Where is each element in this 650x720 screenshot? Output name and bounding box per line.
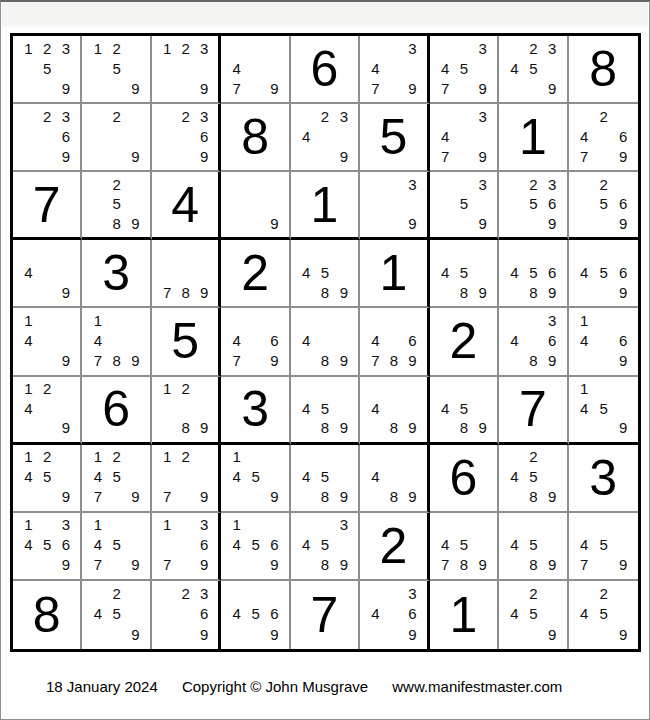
cell-r2c9[interactable]: 24679: [569, 104, 638, 172]
candidate-9: 9: [126, 555, 145, 575]
cell-value: 5: [360, 104, 426, 170]
candidate-6: 6: [543, 194, 562, 214]
candidate-9: 9: [543, 282, 562, 302]
candidate-5: 5: [107, 58, 126, 78]
candidate-8: 8: [176, 282, 194, 302]
pencil-marks: 14569: [221, 513, 288, 579]
candidate-8: 8: [316, 282, 335, 302]
candidate-7: 7: [88, 555, 107, 575]
candidate-7: 7: [366, 351, 384, 371]
candidate-5: 5: [454, 58, 473, 78]
candidate-4: 4: [575, 262, 594, 282]
cell-r1c7[interactable]: 34579: [430, 36, 499, 104]
candidate-6: 6: [403, 330, 421, 350]
cell-r7c1[interactable]: 12459: [13, 445, 82, 513]
cell-r6c2[interactable]: 6: [82, 377, 151, 445]
candidate-2: 2: [594, 174, 613, 194]
candidate-6: 6: [265, 330, 284, 350]
candidate-4: 4: [297, 535, 316, 555]
cell-r4c5[interactable]: 4589: [291, 240, 360, 308]
candidate-9: 9: [195, 78, 213, 98]
cell-r3c6[interactable]: 39: [360, 172, 429, 240]
cell-value: 3: [221, 377, 288, 442]
cell-value: 8: [13, 581, 80, 649]
candidate-8: 8: [316, 351, 335, 371]
pencil-marks: 29: [82, 104, 149, 170]
candidate-4: 4: [575, 330, 594, 350]
cell-value: 1: [430, 581, 497, 649]
pencil-marks: 2569: [569, 172, 638, 237]
cell-value: 3: [569, 445, 638, 511]
candidate-4: 4: [505, 262, 524, 282]
cell-r3c1[interactable]: 7: [13, 172, 82, 240]
pencil-marks: 489: [291, 308, 358, 374]
candidate-1: 1: [19, 379, 38, 399]
candidate-1: 1: [227, 447, 246, 467]
candidate-4: 4: [366, 398, 384, 418]
candidate-9: 9: [195, 418, 213, 438]
cell-r6c3[interactable]: 1289: [152, 377, 221, 445]
candidate-5: 5: [246, 467, 265, 487]
candidate-3: 3: [57, 38, 76, 58]
cell-r2c6[interactable]: 5: [360, 104, 429, 172]
cell-r7c9[interactable]: 3: [569, 445, 638, 513]
candidate-2: 2: [594, 583, 613, 604]
cell-r2c8[interactable]: 1: [499, 104, 568, 172]
cell-r7c6[interactable]: 489: [360, 445, 429, 513]
cell-r1c1[interactable]: 12359: [13, 36, 82, 104]
candidate-4: 4: [227, 467, 246, 487]
candidate-2: 2: [176, 38, 194, 58]
cell-r2c5[interactable]: 2349: [291, 104, 360, 172]
cell-r6c7[interactable]: 4589: [430, 377, 499, 445]
candidate-5: 5: [107, 535, 126, 555]
cell-r5c4[interactable]: 4679: [221, 308, 290, 376]
candidate-3: 3: [195, 515, 213, 535]
candidate-5: 5: [246, 604, 265, 625]
candidate-9: 9: [614, 214, 633, 234]
candidate-4: 4: [19, 398, 38, 418]
cell-r4c1[interactable]: 49: [13, 240, 82, 308]
cell-r6c5[interactable]: 4589: [291, 377, 360, 445]
candidate-9: 9: [614, 555, 633, 575]
pencil-marks: 1249: [13, 377, 80, 442]
pencil-marks: 3469: [360, 581, 426, 649]
pencil-marks: 1279: [152, 445, 218, 511]
footer-date: 18 January 2024: [46, 678, 158, 695]
candidate-9: 9: [403, 351, 421, 371]
cell-r3c5[interactable]: 1: [291, 172, 360, 240]
candidate-5: 5: [107, 467, 126, 487]
candidate-9: 9: [473, 214, 492, 234]
cell-r6c9[interactable]: 1459: [569, 377, 638, 445]
candidate-9: 9: [265, 487, 284, 507]
candidate-2: 2: [176, 447, 194, 467]
candidate-4: 4: [88, 604, 107, 625]
pencil-marks: 1289: [152, 377, 218, 442]
candidate-4: 4: [575, 398, 594, 418]
candidate-4: 4: [505, 330, 524, 350]
pencil-marks: 1459: [221, 445, 288, 511]
cell-r3c7[interactable]: 359: [430, 172, 499, 240]
cell-r4c4[interactable]: 2: [221, 240, 290, 308]
candidate-5: 5: [38, 58, 57, 78]
candidate-4: 4: [575, 126, 594, 146]
candidate-4: 4: [297, 126, 316, 146]
cell-r6c6[interactable]: 489: [360, 377, 429, 445]
cell-r9c6[interactable]: 3469: [360, 581, 429, 649]
candidate-7: 7: [227, 78, 246, 98]
cell-r5c1[interactable]: 149: [13, 308, 82, 376]
candidate-9: 9: [57, 418, 76, 438]
candidate-9: 9: [195, 624, 213, 645]
cell-r7c4[interactable]: 1459: [221, 445, 290, 513]
candidate-7: 7: [158, 555, 176, 575]
cell-r2c3[interactable]: 2369: [152, 104, 221, 172]
candidate-3: 3: [195, 583, 213, 604]
cell-r7c2[interactable]: 124579: [82, 445, 151, 513]
candidate-9: 9: [334, 555, 353, 575]
pencil-marks: 2459: [569, 581, 638, 649]
candidate-9: 9: [195, 146, 213, 166]
cell-value: 6: [430, 445, 497, 511]
candidate-9: 9: [543, 78, 562, 98]
candidate-5: 5: [524, 467, 543, 487]
cell-r8c6[interactable]: 2: [360, 513, 429, 581]
cell-r7c5[interactable]: 4589: [291, 445, 360, 513]
candidate-1: 1: [88, 515, 107, 535]
cell-r1c2[interactable]: 1259: [82, 36, 151, 104]
cell-r9c4[interactable]: 4569: [221, 581, 290, 649]
candidate-4: 4: [227, 330, 246, 350]
candidate-9: 9: [403, 214, 421, 234]
cell-r3c2[interactable]: 2589: [82, 172, 151, 240]
candidate-5: 5: [316, 262, 335, 282]
candidate-6: 6: [543, 262, 562, 282]
cell-r3c8[interactable]: 23569: [499, 172, 568, 240]
pencil-marks: 134569: [13, 513, 80, 579]
candidate-9: 9: [614, 624, 633, 645]
candidate-7: 7: [158, 487, 176, 507]
candidate-7: 7: [436, 78, 455, 98]
candidate-5: 5: [316, 398, 335, 418]
candidate-3: 3: [403, 38, 421, 58]
pencil-marks: 2589: [82, 172, 149, 237]
cell-r1c8[interactable]: 23459: [499, 36, 568, 104]
candidate-5: 5: [524, 262, 543, 282]
cell-value: 7: [13, 172, 80, 237]
sudoku-board: 1235912591239479634793457923459823692923…: [10, 33, 641, 652]
pencil-marks: 45789: [430, 513, 497, 579]
pencil-marks: 1259: [82, 36, 149, 102]
candidate-2: 2: [524, 583, 543, 604]
candidate-2: 2: [107, 583, 126, 604]
candidate-6: 6: [614, 330, 633, 350]
pencil-marks: 2369: [152, 581, 218, 649]
cell-r9c5[interactable]: 7: [291, 581, 360, 649]
cell-r9c8[interactable]: 2459: [499, 581, 568, 649]
candidate-2: 2: [107, 106, 126, 126]
cell-r8c9[interactable]: 4579: [569, 513, 638, 581]
candidate-6: 6: [57, 126, 76, 146]
pencil-marks: 13679: [152, 513, 218, 579]
candidate-9: 9: [543, 555, 562, 575]
cell-value: 1: [291, 172, 358, 237]
candidate-5: 5: [454, 398, 473, 418]
candidate-8: 8: [524, 351, 543, 371]
candidate-8: 8: [385, 351, 403, 371]
candidate-4: 4: [436, 58, 455, 78]
candidate-8: 8: [524, 555, 543, 575]
pencil-marks: 489: [360, 377, 426, 442]
pencil-marks: 149: [13, 308, 80, 374]
candidate-9: 9: [57, 487, 76, 507]
candidate-2: 2: [38, 447, 57, 467]
candidate-9: 9: [195, 487, 213, 507]
candidate-6: 6: [195, 604, 213, 625]
cell-value: 2: [221, 240, 288, 306]
candidate-4: 4: [19, 467, 38, 487]
candidate-7: 7: [436, 146, 455, 166]
pencil-marks: 4679: [221, 308, 288, 374]
cell-r9c2[interactable]: 2459: [82, 581, 151, 649]
cell-value: 8: [221, 104, 288, 170]
cell-r5c7[interactable]: 2: [430, 308, 499, 376]
candidate-9: 9: [126, 78, 145, 98]
candidate-9: 9: [195, 282, 213, 302]
candidate-7: 7: [575, 146, 594, 166]
cell-r2c4[interactable]: 8: [221, 104, 290, 172]
candidate-9: 9: [543, 351, 562, 371]
cell-r3c9[interactable]: 2569: [569, 172, 638, 240]
cell-r4c9[interactable]: 4569: [569, 240, 638, 308]
candidate-9: 9: [57, 146, 76, 166]
cell-r2c7[interactable]: 3479: [430, 104, 499, 172]
candidate-9: 9: [334, 487, 353, 507]
cell-r8c3[interactable]: 13679: [152, 513, 221, 581]
candidate-4: 4: [366, 58, 384, 78]
candidate-8: 8: [454, 418, 473, 438]
candidate-5: 5: [524, 604, 543, 625]
candidate-8: 8: [316, 555, 335, 575]
pencil-marks: 1239: [152, 36, 218, 102]
candidate-9: 9: [614, 146, 633, 166]
pencil-marks: 2459: [82, 581, 149, 649]
cell-r6c4[interactable]: 3: [221, 377, 290, 445]
candidate-9: 9: [334, 418, 353, 438]
cell-r7c3[interactable]: 1279: [152, 445, 221, 513]
candidate-6: 6: [543, 330, 562, 350]
candidate-1: 1: [158, 515, 176, 535]
pencil-marks: 24679: [569, 104, 638, 170]
candidate-4: 4: [436, 126, 455, 146]
cell-r8c7[interactable]: 45789: [430, 513, 499, 581]
pencil-marks: 1469: [569, 308, 638, 374]
candidate-4: 4: [227, 604, 246, 625]
pencil-marks: 489: [360, 445, 426, 511]
cell-r3c3[interactable]: 4: [152, 172, 221, 240]
cell-value: 1: [499, 104, 566, 170]
candidate-6: 6: [614, 126, 633, 146]
candidate-8: 8: [107, 351, 126, 371]
pencil-marks: 46789: [360, 308, 426, 374]
pencil-marks: 34579: [430, 36, 497, 102]
candidate-9: 9: [334, 351, 353, 371]
candidate-1: 1: [227, 515, 246, 535]
candidate-1: 1: [575, 310, 594, 330]
candidate-6: 6: [614, 194, 633, 214]
candidate-3: 3: [473, 174, 492, 194]
candidate-5: 5: [594, 535, 613, 555]
candidate-5: 5: [246, 535, 265, 555]
pencil-marks: 789: [152, 240, 218, 306]
candidate-8: 8: [524, 282, 543, 302]
candidate-1: 1: [19, 515, 38, 535]
pencil-marks: 3479: [430, 104, 497, 170]
candidate-2: 2: [38, 379, 57, 399]
candidate-6: 6: [403, 604, 421, 625]
pencil-marks: 2459: [499, 581, 566, 649]
candidate-8: 8: [454, 555, 473, 575]
candidate-4: 4: [227, 535, 246, 555]
candidate-9: 9: [265, 624, 284, 645]
candidate-8: 8: [107, 214, 126, 234]
cell-r8c4[interactable]: 14569: [221, 513, 290, 581]
pencil-marks: 9: [221, 172, 288, 237]
cell-r5c9[interactable]: 1469: [569, 308, 638, 376]
cell-r5c5[interactable]: 489: [291, 308, 360, 376]
candidate-9: 9: [614, 282, 633, 302]
cell-r4c2[interactable]: 3: [82, 240, 151, 308]
cell-r4c7[interactable]: 4589: [430, 240, 499, 308]
cell-r4c3[interactable]: 789: [152, 240, 221, 308]
candidate-5: 5: [594, 262, 613, 282]
candidate-9: 9: [57, 78, 76, 98]
puzzle-page: 1235912591239479634793457923459823692923…: [0, 0, 650, 720]
candidate-8: 8: [385, 418, 403, 438]
candidate-3: 3: [57, 515, 76, 535]
candidate-3: 3: [334, 106, 353, 126]
cell-r5c3[interactable]: 5: [152, 308, 221, 376]
cell-r9c9[interactable]: 2459: [569, 581, 638, 649]
cell-r3c4[interactable]: 9: [221, 172, 290, 240]
candidate-4: 4: [297, 398, 316, 418]
candidate-1: 1: [19, 310, 38, 330]
cell-r8c8[interactable]: 4589: [499, 513, 568, 581]
cell-r6c8[interactable]: 7: [499, 377, 568, 445]
pencil-marks: 359: [430, 172, 497, 237]
pencil-marks: 39: [360, 172, 426, 237]
candidate-9: 9: [403, 418, 421, 438]
cell-r2c1[interactable]: 2369: [13, 104, 82, 172]
candidate-3: 3: [473, 106, 492, 126]
candidate-2: 2: [594, 106, 613, 126]
pencil-marks: 14789: [82, 308, 149, 374]
candidate-9: 9: [403, 78, 421, 98]
candidate-4: 4: [505, 467, 524, 487]
cell-r6c1[interactable]: 1249: [13, 377, 82, 445]
candidate-3: 3: [334, 515, 353, 535]
cell-r7c8[interactable]: 24589: [499, 445, 568, 513]
page-top-strip: [2, 2, 648, 27]
candidate-9: 9: [126, 351, 145, 371]
pencil-marks: 2369: [13, 104, 80, 170]
candidate-4: 4: [575, 604, 594, 625]
candidate-3: 3: [403, 174, 421, 194]
candidate-5: 5: [454, 194, 473, 214]
candidate-9: 9: [614, 418, 633, 438]
cell-r9c3[interactable]: 2369: [152, 581, 221, 649]
candidate-5: 5: [107, 604, 126, 625]
candidate-9: 9: [473, 146, 492, 166]
cell-r8c1[interactable]: 134569: [13, 513, 82, 581]
candidate-8: 8: [454, 282, 473, 302]
candidate-3: 3: [543, 310, 562, 330]
cell-value: 2: [360, 513, 426, 579]
candidate-8: 8: [176, 418, 194, 438]
candidate-8: 8: [316, 418, 335, 438]
cell-r7c7[interactable]: 6: [430, 445, 499, 513]
candidate-9: 9: [473, 78, 492, 98]
candidate-4: 4: [436, 262, 455, 282]
cell-value: 5: [152, 308, 218, 374]
candidate-9: 9: [265, 214, 284, 234]
candidate-1: 1: [88, 310, 107, 330]
cell-r9c1[interactable]: 8: [13, 581, 82, 649]
candidate-1: 1: [88, 38, 107, 58]
pencil-marks: 124579: [82, 445, 149, 511]
candidate-7: 7: [158, 282, 176, 302]
cell-r5c2[interactable]: 14789: [82, 308, 151, 376]
candidate-5: 5: [594, 604, 613, 625]
candidate-5: 5: [594, 398, 613, 418]
candidate-2: 2: [38, 38, 57, 58]
candidate-4: 4: [436, 398, 455, 418]
cell-r8c2[interactable]: 14579: [82, 513, 151, 581]
cell-value: 6: [82, 377, 149, 442]
candidate-3: 3: [403, 583, 421, 604]
candidate-9: 9: [265, 351, 284, 371]
candidate-2: 2: [524, 447, 543, 467]
candidate-9: 9: [473, 555, 492, 575]
cell-r5c6[interactable]: 46789: [360, 308, 429, 376]
cell-r1c3[interactable]: 1239: [152, 36, 221, 104]
cell-r1c6[interactable]: 3479: [360, 36, 429, 104]
cell-r2c2[interactable]: 29: [82, 104, 151, 172]
candidate-7: 7: [88, 487, 107, 507]
candidate-9: 9: [543, 487, 562, 507]
cell-r4c8[interactable]: 45689: [499, 240, 568, 308]
candidate-9: 9: [57, 282, 76, 302]
candidate-1: 1: [19, 447, 38, 467]
cell-value: 4: [152, 172, 218, 237]
candidate-9: 9: [126, 624, 145, 645]
cell-r1c5[interactable]: 6: [291, 36, 360, 104]
candidate-9: 9: [334, 282, 353, 302]
candidate-3: 3: [543, 174, 562, 194]
cell-r4c6[interactable]: 1: [360, 240, 429, 308]
candidate-9: 9: [403, 624, 421, 645]
cell-r8c5[interactable]: 34589: [291, 513, 360, 581]
cell-r1c4[interactable]: 479: [221, 36, 290, 104]
candidate-8: 8: [316, 487, 335, 507]
candidate-2: 2: [176, 583, 194, 604]
cell-r9c7[interactable]: 1: [430, 581, 499, 649]
candidate-4: 4: [505, 535, 524, 555]
candidate-5: 5: [316, 535, 335, 555]
cell-r1c9[interactable]: 8: [569, 36, 638, 104]
cell-r5c8[interactable]: 34689: [499, 308, 568, 376]
